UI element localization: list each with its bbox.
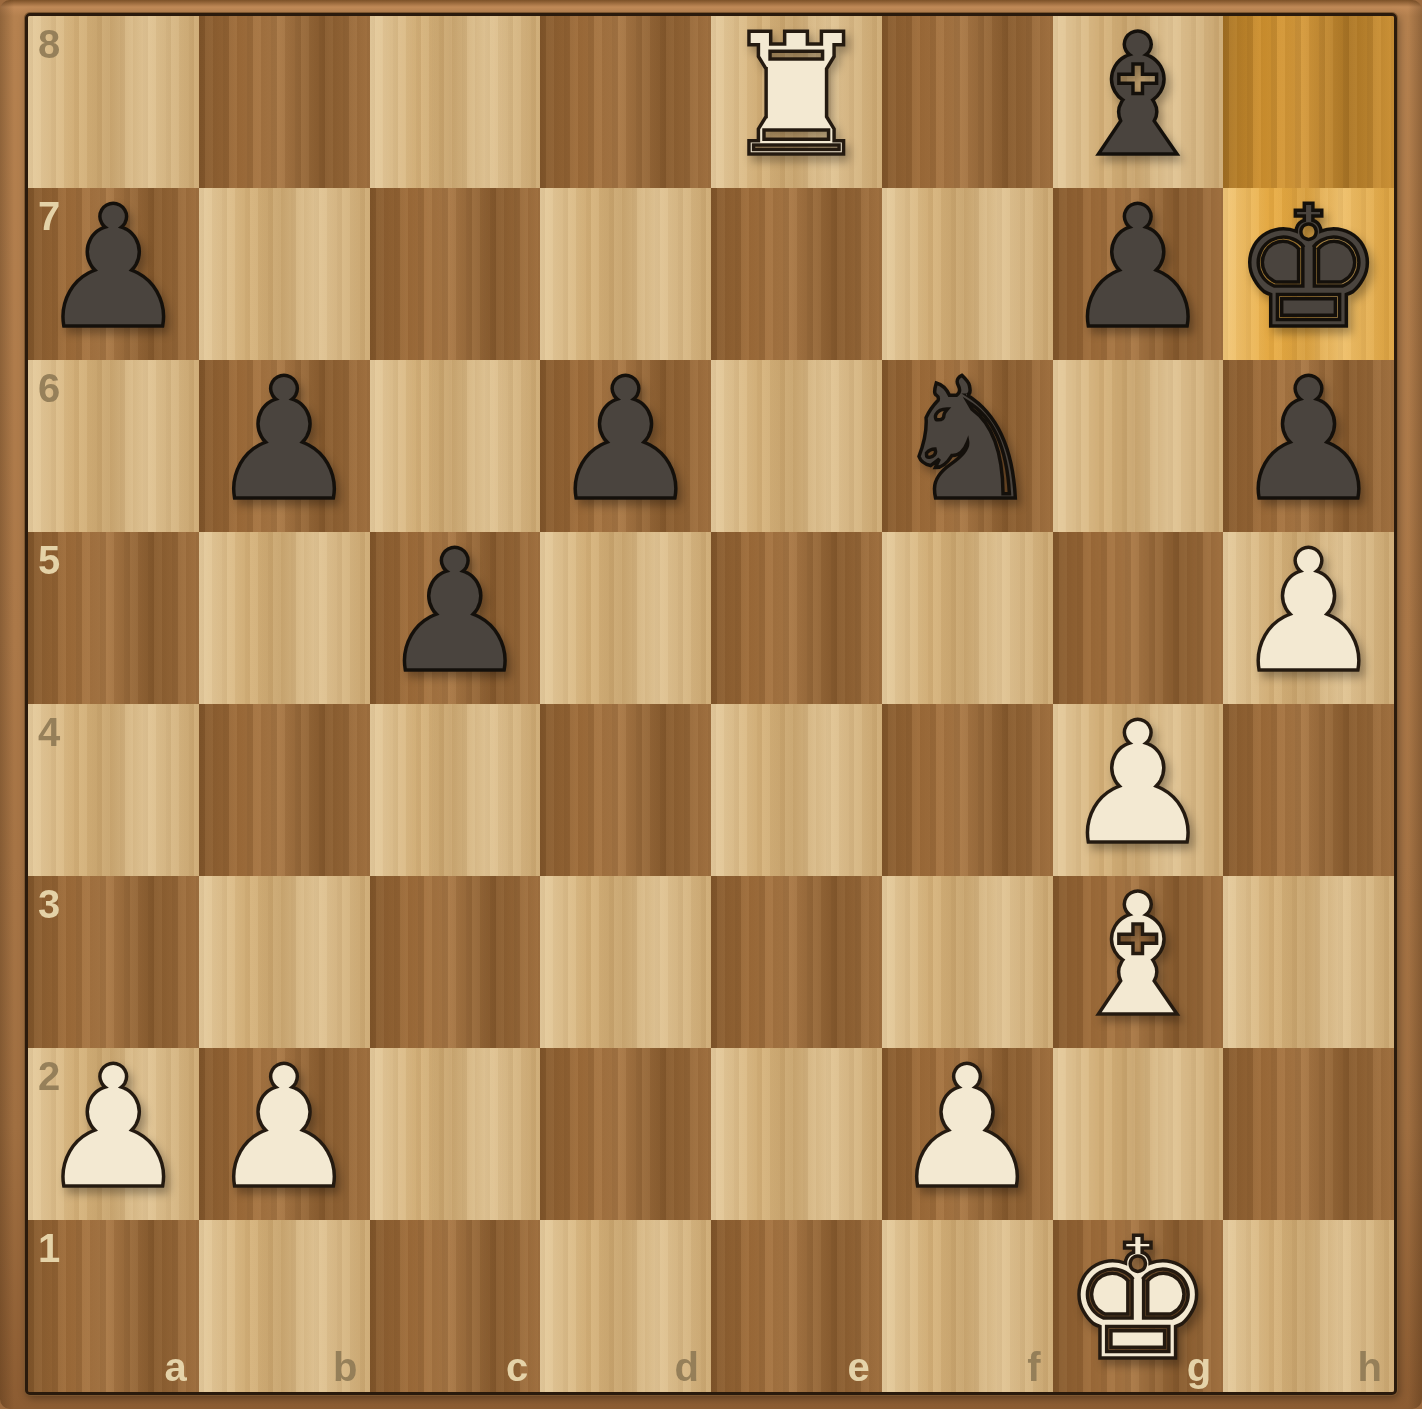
chess-board: 8♜♝7♟♟♚6♟♟♞♟5♟♟4♟3♝2♟♟♟1abcdefg♚h [25,13,1397,1395]
square-a6[interactable]: 6 [28,360,199,532]
black-pawn[interactable]: ♟ [1063,184,1214,352]
square-h8[interactable] [1223,16,1394,188]
black-bishop[interactable]: ♝ [1063,13,1214,180]
square-g3[interactable]: ♝ [1053,876,1224,1048]
white-bishop[interactable]: ♝ [1063,872,1214,1040]
square-h2[interactable] [1223,1048,1394,1220]
rank-label-1: 1 [38,1228,60,1268]
square-d6[interactable]: ♟ [540,360,711,532]
square-d7[interactable] [540,188,711,360]
square-c3[interactable] [370,876,541,1048]
square-a3[interactable]: 3 [28,876,199,1048]
square-g7[interactable]: ♟ [1053,188,1224,360]
square-d2[interactable] [540,1048,711,1220]
white-pawn[interactable]: ♟ [38,1044,189,1212]
rank-label-4: 4 [38,712,60,752]
square-e1[interactable]: e [711,1220,882,1392]
square-h7[interactable]: ♚ [1223,188,1394,360]
square-b3[interactable] [199,876,370,1048]
square-e8[interactable]: ♜ [711,16,882,188]
square-f6[interactable]: ♞ [882,360,1053,532]
file-label-d: d [675,1347,699,1387]
square-g4[interactable]: ♟ [1053,704,1224,876]
white-pawn[interactable]: ♟ [892,1044,1043,1212]
black-pawn[interactable]: ♟ [1233,356,1384,524]
black-pawn[interactable]: ♟ [550,356,701,524]
square-f4[interactable] [882,704,1053,876]
square-a2[interactable]: 2♟ [28,1048,199,1220]
square-a8[interactable]: 8 [28,16,199,188]
square-e3[interactable] [711,876,882,1048]
square-e2[interactable] [711,1048,882,1220]
square-b7[interactable] [199,188,370,360]
square-h6[interactable]: ♟ [1223,360,1394,532]
square-c5[interactable]: ♟ [370,532,541,704]
square-b2[interactable]: ♟ [199,1048,370,1220]
black-pawn[interactable]: ♟ [38,184,189,352]
black-knight[interactable]: ♞ [892,356,1043,524]
square-g8[interactable]: ♝ [1053,16,1224,188]
square-b4[interactable] [199,704,370,876]
square-c2[interactable] [370,1048,541,1220]
white-king[interactable]: ♚ [1063,1216,1214,1384]
square-d8[interactable] [540,16,711,188]
rank-label-8: 8 [38,24,60,64]
white-pawn[interactable]: ♟ [1063,700,1214,868]
square-a4[interactable]: 4 [28,704,199,876]
square-c7[interactable] [370,188,541,360]
square-h3[interactable] [1223,876,1394,1048]
square-f2[interactable]: ♟ [882,1048,1053,1220]
rank-label-6: 6 [38,368,60,408]
square-f5[interactable] [882,532,1053,704]
square-h1[interactable]: h [1223,1220,1394,1392]
black-pawn[interactable]: ♟ [380,528,531,696]
white-rook[interactable]: ♜ [721,13,872,180]
black-king[interactable]: ♚ [1233,184,1384,352]
square-a7[interactable]: 7♟ [28,188,199,360]
file-label-f: f [1027,1347,1040,1387]
square-a5[interactable]: 5 [28,532,199,704]
rank-label-5: 5 [38,540,60,580]
file-label-h: h [1358,1347,1382,1387]
square-c6[interactable] [370,360,541,532]
rank-label-3: 3 [38,884,60,924]
square-e4[interactable] [711,704,882,876]
file-label-a: a [165,1347,187,1387]
square-b5[interactable] [199,532,370,704]
square-h4[interactable] [1223,704,1394,876]
square-h5[interactable]: ♟ [1223,532,1394,704]
square-g2[interactable] [1053,1048,1224,1220]
square-c8[interactable] [370,16,541,188]
square-e7[interactable] [711,188,882,360]
square-b1[interactable]: b [199,1220,370,1392]
square-d3[interactable] [540,876,711,1048]
square-g5[interactable] [1053,532,1224,704]
square-d5[interactable] [540,532,711,704]
file-label-e: e [848,1347,870,1387]
white-pawn[interactable]: ♟ [209,1044,360,1212]
black-pawn[interactable]: ♟ [209,356,360,524]
square-d4[interactable] [540,704,711,876]
square-d1[interactable]: d [540,1220,711,1392]
square-g6[interactable] [1053,360,1224,532]
square-a1[interactable]: 1a [28,1220,199,1392]
file-label-c: c [506,1347,528,1387]
square-g1[interactable]: g♚ [1053,1220,1224,1392]
square-e5[interactable] [711,532,882,704]
square-b6[interactable]: ♟ [199,360,370,532]
white-pawn[interactable]: ♟ [1233,528,1384,696]
square-c1[interactable]: c [370,1220,541,1392]
square-f7[interactable] [882,188,1053,360]
square-c4[interactable] [370,704,541,876]
square-f1[interactable]: f [882,1220,1053,1392]
square-f8[interactable] [882,16,1053,188]
square-b8[interactable] [199,16,370,188]
square-e6[interactable] [711,360,882,532]
file-label-b: b [333,1347,357,1387]
square-f3[interactable] [882,876,1053,1048]
